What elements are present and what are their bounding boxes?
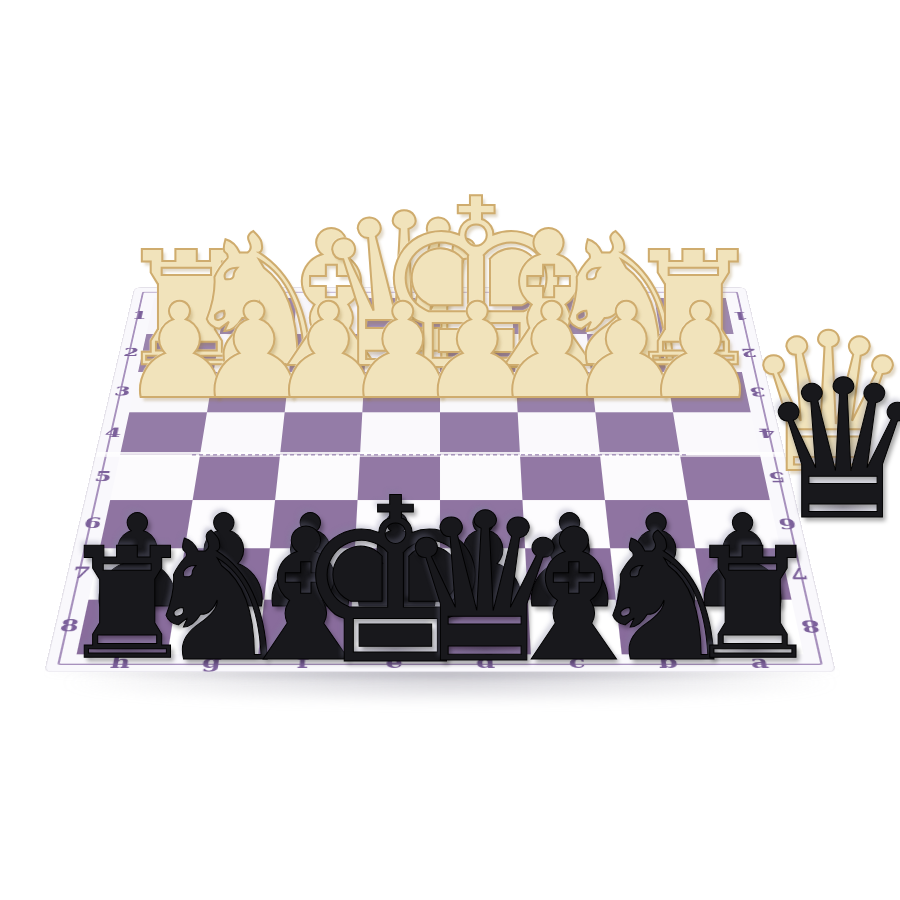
pieces-layer: ♜♞♝♛♚♝♞♜♟♟♟♟♟♟♟♟♟♟♟♟♟♟♟♟♜♞♝♚♛♝♞♜♛♛ — [0, 0, 900, 900]
black-rook-a8: ♜ — [684, 529, 821, 682]
product-photo: 1122334455667788hgfedcba ♜♞♝♛♚♝♞♜♟♟♟♟♟♟♟… — [0, 0, 900, 900]
